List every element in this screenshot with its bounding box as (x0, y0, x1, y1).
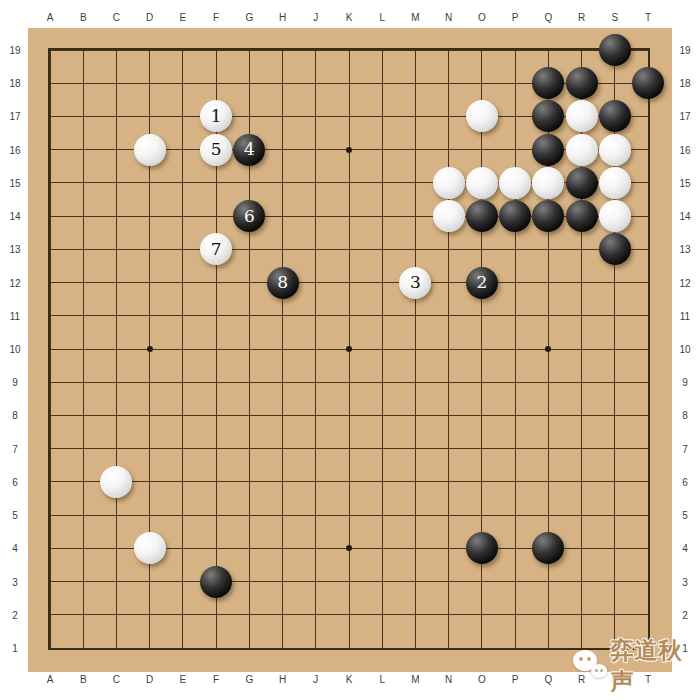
column-label-bottom-K: K (346, 674, 353, 685)
row-label-left-2: 2 (12, 609, 18, 620)
row-label-right-2: 2 (682, 609, 688, 620)
row-label-left-18: 18 (9, 78, 20, 89)
star-point-K4 (346, 545, 352, 551)
row-label-right-8: 8 (682, 410, 688, 421)
black-stone-S13 (599, 233, 631, 265)
row-label-right-10: 10 (679, 344, 690, 355)
white-stone-R17 (566, 100, 598, 132)
row-label-left-1: 1 (12, 643, 18, 654)
white-stone-R16 (566, 134, 598, 166)
star-point-K16 (346, 147, 352, 153)
column-label-bottom-B: B (80, 674, 87, 685)
column-label-bottom-J: J (313, 674, 318, 685)
move-number: 5 (211, 141, 222, 158)
column-label-top-S: S (611, 12, 618, 23)
row-label-right-14: 14 (679, 211, 690, 222)
column-label-top-F: F (213, 12, 219, 23)
column-label-bottom-G: G (245, 674, 253, 685)
black-stone-T18 (632, 67, 664, 99)
white-stone-O17 (466, 100, 498, 132)
white-stone-F16: 5 (200, 134, 232, 166)
white-stone-F17: 1 (200, 100, 232, 132)
watermark-text: 弈道秋声 (610, 635, 700, 697)
row-label-right-6: 6 (682, 476, 688, 487)
black-stone-Q14 (532, 200, 564, 232)
column-label-bottom-E: E (180, 674, 187, 685)
row-label-right-16: 16 (679, 144, 690, 155)
column-label-bottom-N: N (445, 674, 452, 685)
move-number: 1 (211, 108, 222, 125)
column-label-bottom-H: H (279, 674, 286, 685)
column-label-top-A: A (47, 12, 54, 23)
column-label-top-M: M (411, 12, 419, 23)
column-label-top-J: J (313, 12, 318, 23)
row-label-right-9: 9 (682, 377, 688, 388)
move-number: 7 (211, 241, 222, 258)
column-label-top-B: B (80, 12, 87, 23)
column-label-top-T: T (645, 12, 651, 23)
row-label-left-14: 14 (9, 211, 20, 222)
row-label-right-12: 12 (679, 277, 690, 288)
column-label-bottom-P: P (512, 674, 519, 685)
row-label-right-3: 3 (682, 576, 688, 587)
white-stone-N15 (433, 167, 465, 199)
row-label-right-4: 4 (682, 543, 688, 554)
black-stone-H12: 8 (267, 267, 299, 299)
star-point-D10 (147, 346, 153, 352)
black-stone-O4 (466, 532, 498, 564)
row-label-left-16: 16 (9, 144, 20, 155)
star-point-K10 (346, 346, 352, 352)
column-label-top-P: P (512, 12, 519, 23)
row-label-left-5: 5 (12, 510, 18, 521)
column-label-bottom-D: D (146, 674, 153, 685)
white-stone-D16 (134, 134, 166, 166)
move-number: 4 (244, 141, 255, 158)
row-label-left-6: 6 (12, 476, 18, 487)
column-label-top-O: O (478, 12, 486, 23)
row-label-right-5: 5 (682, 510, 688, 521)
black-stone-Q16 (532, 134, 564, 166)
row-label-right-17: 17 (679, 111, 690, 122)
watermark: 弈道秋声 (572, 645, 700, 687)
row-label-left-19: 19 (9, 45, 20, 56)
wechat-icon (572, 647, 607, 685)
column-label-top-Q: Q (544, 12, 552, 23)
white-stone-N14 (433, 200, 465, 232)
white-stone-Q15 (532, 167, 564, 199)
white-stone-F13: 7 (200, 233, 232, 265)
column-label-top-L: L (379, 12, 385, 23)
white-stone-O15 (466, 167, 498, 199)
column-label-top-R: R (578, 12, 585, 23)
column-label-top-C: C (113, 12, 120, 23)
black-stone-S19 (599, 34, 631, 66)
column-label-bottom-O: O (478, 674, 486, 685)
column-label-bottom-C: C (113, 674, 120, 685)
black-stone-O12: 2 (466, 267, 498, 299)
row-label-left-9: 9 (12, 377, 18, 388)
black-stone-G14: 6 (233, 200, 265, 232)
column-label-bottom-M: M (411, 674, 419, 685)
column-label-bottom-A: A (47, 674, 54, 685)
row-label-left-15: 15 (9, 177, 20, 188)
row-label-right-18: 18 (679, 78, 690, 89)
row-label-left-7: 7 (12, 443, 18, 454)
go-diagram: AABBCCDDEEFFGGHHJJKKLLMMNNOOPPQQRRSSTT19… (0, 0, 700, 700)
row-label-left-8: 8 (12, 410, 18, 421)
black-stone-G16: 4 (233, 134, 265, 166)
column-label-bottom-L: L (379, 674, 385, 685)
row-label-left-3: 3 (12, 576, 18, 587)
row-label-left-4: 4 (12, 543, 18, 554)
black-stone-R14 (566, 200, 598, 232)
black-stone-S17 (599, 100, 631, 132)
black-stone-F3 (200, 566, 232, 598)
row-label-left-17: 17 (9, 111, 20, 122)
move-number: 8 (277, 274, 288, 291)
row-label-left-10: 10 (9, 344, 20, 355)
black-stone-Q4 (532, 532, 564, 564)
black-stone-O14 (466, 200, 498, 232)
row-label-right-11: 11 (680, 310, 690, 321)
move-number: 6 (244, 208, 255, 225)
row-label-left-12: 12 (9, 277, 20, 288)
row-label-right-19: 19 (679, 45, 690, 56)
white-stone-S16 (599, 134, 631, 166)
row-label-left-13: 13 (9, 244, 20, 255)
row-label-right-13: 13 (679, 244, 690, 255)
row-label-left-11: 11 (10, 310, 20, 321)
white-stone-C6 (100, 466, 132, 498)
star-point-Q10 (545, 346, 551, 352)
black-stone-R18 (566, 67, 598, 99)
column-label-top-K: K (346, 12, 353, 23)
row-label-right-15: 15 (679, 177, 690, 188)
white-stone-S15 (599, 167, 631, 199)
wechat-bubble-small (591, 664, 607, 678)
white-stone-S14 (599, 200, 631, 232)
white-stone-M12: 3 (399, 267, 431, 299)
column-label-top-D: D (146, 12, 153, 23)
move-number: 3 (410, 274, 421, 291)
column-label-top-G: G (245, 12, 253, 23)
row-label-right-7: 7 (682, 443, 688, 454)
white-stone-D4 (134, 532, 166, 564)
column-label-top-N: N (445, 12, 452, 23)
white-stone-P15 (499, 167, 531, 199)
black-stone-R15 (566, 167, 598, 199)
black-stone-Q17 (532, 100, 564, 132)
column-label-top-E: E (180, 12, 187, 23)
column-label-bottom-F: F (213, 674, 219, 685)
move-number: 2 (476, 274, 487, 291)
black-stone-P14 (499, 200, 531, 232)
black-stone-Q18 (532, 67, 564, 99)
column-label-top-H: H (279, 12, 286, 23)
column-label-bottom-Q: Q (544, 674, 552, 685)
